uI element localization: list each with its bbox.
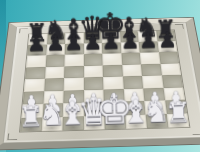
square-e6[interactable] [102, 53, 121, 65]
chess-table: ♜♞♝♛♚♝♞♜♟♟♟♟♟♟♟♟♟♟♟♟♟♟♟♟♜♞♝♛♚♝♞♜ [0, 18, 200, 150]
piece-black-pawn[interactable]: ♟ [148, 30, 186, 52]
chess-board[interactable]: ♜♞♝♛♚♝♞♜♟♟♟♟♟♟♟♟♟♟♟♟♟♟♟♟♜♞♝♛♚♝♞♜ [20, 30, 189, 132]
square-g5[interactable] [141, 64, 162, 76]
square-h7[interactable]: ♟ [157, 41, 177, 52]
square-c4[interactable] [64, 78, 84, 91]
square-b4[interactable] [44, 78, 64, 91]
square-d5[interactable] [83, 65, 103, 77]
piece-white-rook[interactable]: ♜ [156, 98, 199, 127]
square-f5[interactable] [122, 64, 142, 76]
square-g6[interactable] [140, 52, 160, 64]
square-h5[interactable] [160, 63, 181, 75]
square-e5[interactable] [103, 65, 123, 77]
square-b6[interactable] [45, 55, 64, 67]
chess-game-scene: ♜♞♝♛♚♝♞♜♟♟♟♟♟♟♟♟♟♟♟♟♟♟♟♟♜♞♝♛♚♝♞♜ [0, 0, 200, 152]
square-a5[interactable] [25, 67, 45, 79]
square-h4[interactable] [161, 75, 182, 88]
square-h1[interactable]: ♜ [166, 113, 189, 127]
corner-bracket-icon [7, 133, 18, 140]
corner-bracket-icon [192, 128, 200, 135]
square-f6[interactable] [121, 53, 141, 65]
square-g4[interactable] [142, 75, 163, 88]
square-c6[interactable] [64, 54, 83, 66]
square-c5[interactable] [64, 66, 83, 78]
square-d6[interactable] [83, 54, 102, 66]
square-b5[interactable] [45, 66, 65, 78]
square-h6[interactable] [159, 52, 180, 64]
square-a4[interactable] [24, 79, 45, 92]
